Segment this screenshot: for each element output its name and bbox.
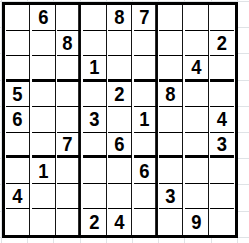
- cell-r5c6[interactable]: 1: [134, 107, 158, 133]
- cell-r4c8[interactable]: [185, 82, 209, 108]
- cell-r5c3[interactable]: [57, 107, 81, 133]
- cell-r2c8[interactable]: [185, 31, 209, 57]
- cell-r9c8[interactable]: 9: [185, 209, 209, 235]
- cell-r3c9[interactable]: [210, 56, 234, 82]
- cell-r4c3[interactable]: [57, 82, 81, 108]
- cell-r5c1[interactable]: 6: [6, 107, 30, 133]
- cell-r3c7[interactable]: [159, 56, 183, 82]
- cell-r7c6[interactable]: 6: [134, 158, 158, 184]
- cell-r5c5[interactable]: [108, 107, 132, 133]
- cell-r1c5[interactable]: 8: [108, 5, 132, 31]
- cell-r9c3[interactable]: [57, 209, 81, 235]
- cell-r9c7[interactable]: [159, 209, 183, 235]
- cell-r2c2[interactable]: [32, 31, 56, 57]
- cell-r7c3[interactable]: [57, 158, 81, 184]
- cell-r4c2[interactable]: [32, 82, 56, 108]
- cell-r7c2[interactable]: 1: [32, 158, 56, 184]
- cell-r2c6[interactable]: [134, 31, 158, 57]
- cell-r9c2[interactable]: [32, 209, 56, 235]
- cell-r2c3[interactable]: 8: [57, 31, 81, 57]
- cell-r2c9[interactable]: 2: [210, 31, 234, 57]
- cell-r6c7[interactable]: [159, 133, 183, 159]
- cell-r4c5[interactable]: 2: [108, 82, 132, 108]
- cell-r5c7[interactable]: [159, 107, 183, 133]
- cell-r8c2[interactable]: [32, 184, 56, 210]
- sudoku-page: 687821452863147631643249: [0, 0, 249, 243]
- cell-r1c7[interactable]: [159, 5, 183, 31]
- cell-r6c6[interactable]: [134, 133, 158, 159]
- cell-r1c9[interactable]: [210, 5, 234, 31]
- cell-r8c9[interactable]: [210, 184, 234, 210]
- cell-r3c4[interactable]: 1: [83, 56, 107, 82]
- cell-r4c1[interactable]: 5: [6, 82, 30, 108]
- cell-r7c5[interactable]: [108, 158, 132, 184]
- cell-r4c9[interactable]: [210, 82, 234, 108]
- cell-r3c5[interactable]: [108, 56, 132, 82]
- cell-r3c1[interactable]: [6, 56, 30, 82]
- cell-r2c1[interactable]: [6, 31, 30, 57]
- cell-r2c5[interactable]: [108, 31, 132, 57]
- cell-r5c8[interactable]: [185, 107, 209, 133]
- cell-r6c3[interactable]: 7: [57, 133, 81, 159]
- cell-r3c2[interactable]: [32, 56, 56, 82]
- cell-r7c8[interactable]: [185, 158, 209, 184]
- cell-r7c9[interactable]: [210, 158, 234, 184]
- cell-r9c9[interactable]: [210, 209, 234, 235]
- cell-r8c8[interactable]: [185, 184, 209, 210]
- cell-r5c9[interactable]: 4: [210, 107, 234, 133]
- cell-r1c4[interactable]: [83, 5, 107, 31]
- cell-r9c4[interactable]: 2: [83, 209, 107, 235]
- cell-r9c1[interactable]: [6, 209, 30, 235]
- cell-r1c6[interactable]: 7: [134, 5, 158, 31]
- cell-r8c3[interactable]: [57, 184, 81, 210]
- cell-r3c3[interactable]: [57, 56, 81, 82]
- cell-r6c9[interactable]: 3: [210, 133, 234, 159]
- cell-r2c4[interactable]: [83, 31, 107, 57]
- cell-r4c4[interactable]: [83, 82, 107, 108]
- cell-r9c5[interactable]: 4: [108, 209, 132, 235]
- cell-r2c7[interactable]: [159, 31, 183, 57]
- cell-r1c1[interactable]: [6, 5, 30, 31]
- cell-r1c8[interactable]: [185, 5, 209, 31]
- cell-r8c6[interactable]: [134, 184, 158, 210]
- cell-r8c7[interactable]: 3: [159, 184, 183, 210]
- cell-r8c4[interactable]: [83, 184, 107, 210]
- cell-r6c8[interactable]: [185, 133, 209, 159]
- cell-r6c5[interactable]: 6: [108, 133, 132, 159]
- cell-r7c7[interactable]: [159, 158, 183, 184]
- cell-r8c1[interactable]: 4: [6, 184, 30, 210]
- cell-r6c4[interactable]: [83, 133, 107, 159]
- cell-r6c2[interactable]: [32, 133, 56, 159]
- cell-r4c7[interactable]: 8: [159, 82, 183, 108]
- cell-r5c2[interactable]: [32, 107, 56, 133]
- cell-r7c1[interactable]: [6, 158, 30, 184]
- cell-r4c6[interactable]: [134, 82, 158, 108]
- sudoku-board: 687821452863147631643249: [2, 2, 238, 238]
- cell-r1c2[interactable]: 6: [32, 5, 56, 31]
- cell-r9c6[interactable]: [134, 209, 158, 235]
- cell-r5c4[interactable]: 3: [83, 107, 107, 133]
- cell-r3c6[interactable]: [134, 56, 158, 82]
- cell-r7c4[interactable]: [83, 158, 107, 184]
- cell-r3c8[interactable]: 4: [185, 56, 209, 82]
- cell-r1c3[interactable]: [57, 5, 81, 31]
- cell-r6c1[interactable]: [6, 133, 30, 159]
- cell-r8c5[interactable]: [108, 184, 132, 210]
